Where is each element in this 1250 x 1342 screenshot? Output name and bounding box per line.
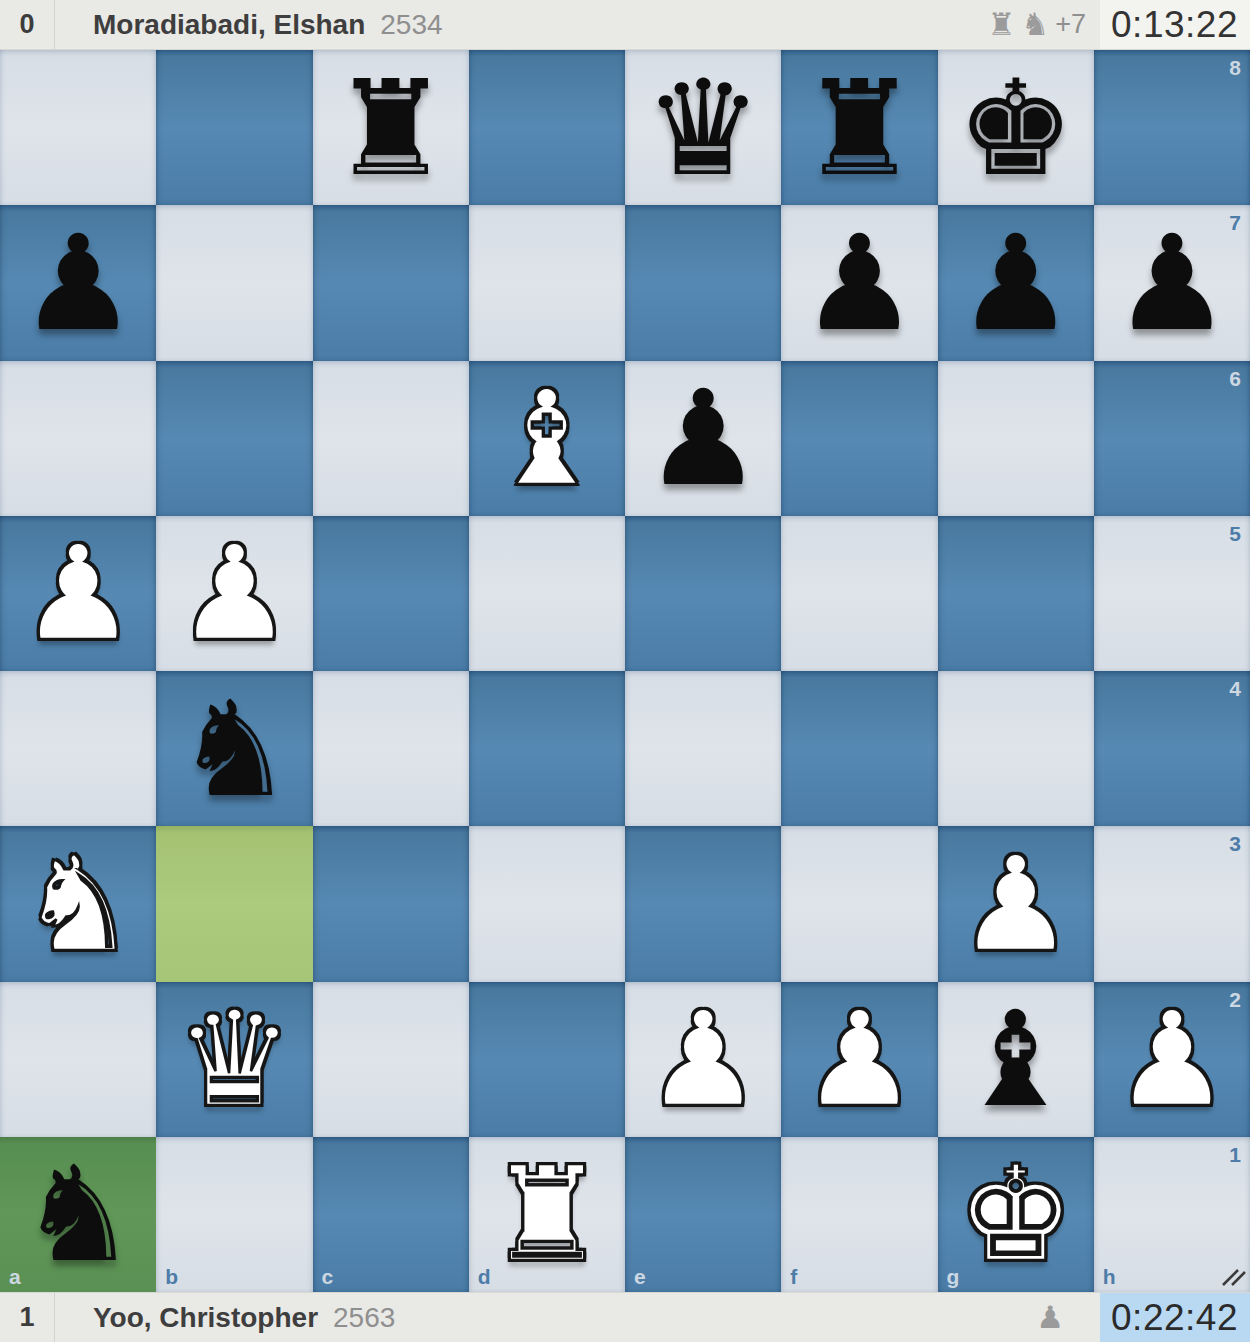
black-king[interactable]: ♚ — [956, 62, 1074, 194]
black-pawn[interactable]: ♟ — [800, 217, 918, 349]
black-rook[interactable]: ♜ — [800, 62, 918, 194]
square-h3[interactable]: 3 — [1094, 826, 1250, 981]
top-player-name: Moradiabadi, Elshan — [93, 9, 365, 41]
square-d6[interactable]: ♝ — [469, 361, 625, 516]
square-h5[interactable]: 5 — [1094, 516, 1250, 671]
square-b7[interactable] — [156, 205, 312, 360]
captured-pawn-icon: ♟ — [1036, 1302, 1064, 1333]
square-e5[interactable] — [625, 516, 781, 671]
white-king[interactable]: ♚ — [956, 1148, 1074, 1280]
square-a4[interactable] — [0, 671, 156, 826]
square-a5[interactable]: ♟ — [0, 516, 156, 671]
square-c4[interactable] — [313, 671, 469, 826]
square-c2[interactable] — [313, 982, 469, 1137]
square-h6[interactable]: 6 — [1094, 361, 1250, 516]
captured-knight-icon: ♞ — [1021, 9, 1049, 40]
bottom-player-bar: 1 Yoo, Christopher 2563 ♟ 0:22:42 — [0, 1292, 1250, 1342]
board-resize-handle[interactable] — [1221, 1265, 1247, 1287]
square-g4[interactable] — [938, 671, 1094, 826]
top-player-clock: 0:13:22 — [1100, 0, 1250, 49]
white-queen[interactable]: ♛ — [175, 993, 293, 1125]
square-e6[interactable]: ♟ — [625, 361, 781, 516]
chess-board[interactable]: ♜♛♜♚8♟♟♟7♟♝♟6♟♟5♞4♞♟3♛♟♟♝2♟a♞bcd♜efg♚1h — [0, 50, 1250, 1292]
white-pawn[interactable]: ♟ — [19, 527, 137, 659]
square-f4[interactable] — [781, 671, 937, 826]
white-rook[interactable]: ♜ — [488, 1148, 606, 1280]
file-label-d: d — [478, 1266, 491, 1287]
square-e3[interactable] — [625, 826, 781, 981]
square-d2[interactable] — [469, 982, 625, 1137]
square-f8[interactable]: ♜ — [781, 50, 937, 205]
rank-label-5: 5 — [1229, 523, 1241, 544]
square-f1[interactable]: f — [781, 1137, 937, 1292]
rank-label-2: 2 — [1229, 989, 1241, 1010]
square-a8[interactable] — [0, 50, 156, 205]
square-d1[interactable]: d♜ — [469, 1137, 625, 1292]
square-e1[interactable]: e — [625, 1137, 781, 1292]
black-queen[interactable]: ♛ — [644, 62, 762, 194]
file-label-f: f — [790, 1266, 797, 1287]
square-e2[interactable]: ♟ — [625, 982, 781, 1137]
square-d7[interactable] — [469, 205, 625, 360]
material-advantage-label: +7 — [1055, 9, 1086, 40]
captured-piece-icons: ♜♞ — [988, 9, 1056, 40]
rank-label-7: 7 — [1229, 212, 1241, 233]
square-g3[interactable]: ♟ — [938, 826, 1094, 981]
bottom-player-score: 1 — [0, 1293, 55, 1342]
square-f7[interactable]: ♟ — [781, 205, 937, 360]
square-h2[interactable]: 2♟ — [1094, 982, 1250, 1137]
black-pawn[interactable]: ♟ — [19, 217, 137, 349]
file-label-g: g — [947, 1266, 960, 1287]
square-h4[interactable]: 4 — [1094, 671, 1250, 826]
square-a2[interactable] — [0, 982, 156, 1137]
square-f5[interactable] — [781, 516, 937, 671]
rank-label-4: 4 — [1229, 678, 1241, 699]
square-d8[interactable] — [469, 50, 625, 205]
file-label-b: b — [165, 1266, 178, 1287]
square-a6[interactable] — [0, 361, 156, 516]
white-pawn[interactable]: ♟ — [800, 993, 918, 1125]
square-b8[interactable] — [156, 50, 312, 205]
square-b1[interactable]: b — [156, 1137, 312, 1292]
top-player-rating: 2534 — [380, 9, 442, 41]
black-knight[interactable]: ♞ — [175, 683, 293, 815]
black-pawn[interactable]: ♟ — [644, 372, 762, 504]
square-d3[interactable] — [469, 826, 625, 981]
bottom-captured-pieces: ♟ — [1036, 1302, 1070, 1333]
square-f3[interactable] — [781, 826, 937, 981]
square-h8[interactable]: 8 — [1094, 50, 1250, 205]
square-g7[interactable]: ♟ — [938, 205, 1094, 360]
bottom-player-name: Yoo, Christopher — [93, 1302, 318, 1334]
white-bishop[interactable]: ♝ — [488, 372, 606, 504]
square-e7[interactable] — [625, 205, 781, 360]
file-label-e: e — [634, 1266, 646, 1287]
square-c8[interactable]: ♜ — [313, 50, 469, 205]
square-g5[interactable] — [938, 516, 1094, 671]
square-b3[interactable] — [156, 826, 312, 981]
square-c6[interactable] — [313, 361, 469, 516]
black-bishop[interactable]: ♝ — [956, 993, 1074, 1125]
top-player-info[interactable]: Moradiabadi, Elshan 2534 — [93, 9, 443, 41]
white-pawn[interactable]: ♟ — [175, 527, 293, 659]
bottom-player-info[interactable]: Yoo, Christopher 2563 — [93, 1302, 395, 1334]
file-label-a: a — [9, 1266, 21, 1287]
square-a7[interactable]: ♟ — [0, 205, 156, 360]
top-captured-pieces: ♜♞ +7 — [988, 9, 1086, 40]
square-f6[interactable] — [781, 361, 937, 516]
white-knight[interactable]: ♞ — [19, 838, 137, 970]
square-b2[interactable]: ♛ — [156, 982, 312, 1137]
white-pawn[interactable]: ♟ — [644, 993, 762, 1125]
square-c5[interactable] — [313, 516, 469, 671]
square-a3[interactable]: ♞ — [0, 826, 156, 981]
rank-label-6: 6 — [1229, 368, 1241, 389]
white-pawn[interactable]: ♟ — [956, 838, 1074, 970]
square-b5[interactable]: ♟ — [156, 516, 312, 671]
black-knight[interactable]: ♞ — [19, 1148, 137, 1280]
black-pawn[interactable]: ♟ — [956, 217, 1074, 349]
white-pawn[interactable]: ♟ — [1113, 993, 1231, 1125]
square-c7[interactable] — [313, 205, 469, 360]
square-e8[interactable]: ♛ — [625, 50, 781, 205]
bottom-player-clock: 0:22:42 — [1100, 1293, 1250, 1342]
file-label-h: h — [1103, 1266, 1116, 1287]
captured-rook-icon: ♜ — [988, 9, 1016, 40]
rank-label-1: 1 — [1229, 1144, 1241, 1165]
square-b4[interactable]: ♞ — [156, 671, 312, 826]
square-e4[interactable] — [625, 671, 781, 826]
square-b6[interactable] — [156, 361, 312, 516]
square-d4[interactable] — [469, 671, 625, 826]
captured-piece-icons: ♟ — [1036, 1302, 1070, 1333]
bottom-player-rating: 2563 — [333, 1302, 395, 1334]
square-h7[interactable]: 7♟ — [1094, 205, 1250, 360]
square-g8[interactable]: ♚ — [938, 50, 1094, 205]
chess-game-screen: 0 Moradiabadi, Elshan 2534 ♜♞ +7 0:13:22… — [0, 0, 1250, 1342]
black-rook[interactable]: ♜ — [331, 62, 449, 194]
square-g6[interactable] — [938, 361, 1094, 516]
square-a1[interactable]: a♞ — [0, 1137, 156, 1292]
top-player-bar: 0 Moradiabadi, Elshan 2534 ♜♞ +7 0:13:22 — [0, 0, 1250, 50]
rank-label-8: 8 — [1229, 57, 1241, 78]
file-label-c: c — [322, 1266, 334, 1287]
square-g2[interactable]: ♝ — [938, 982, 1094, 1137]
square-f2[interactable]: ♟ — [781, 982, 937, 1137]
black-pawn[interactable]: ♟ — [1113, 217, 1231, 349]
square-d5[interactable] — [469, 516, 625, 671]
top-player-score: 0 — [0, 0, 55, 49]
square-g1[interactable]: g♚ — [938, 1137, 1094, 1292]
square-c1[interactable]: c — [313, 1137, 469, 1292]
square-c3[interactable] — [313, 826, 469, 981]
rank-label-3: 3 — [1229, 833, 1241, 854]
